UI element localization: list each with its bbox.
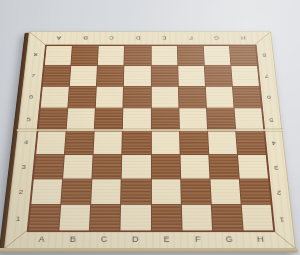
square-a1: [29, 205, 61, 231]
file-label-g: G: [203, 33, 230, 43]
square-b7: [70, 66, 97, 86]
square-c7: [97, 66, 124, 86]
square-h7: [231, 66, 259, 86]
square-h8: [230, 46, 257, 65]
square-c1: [90, 205, 120, 231]
file-label-h: H: [244, 232, 276, 246]
square-b4: [65, 131, 94, 154]
file-label-b: B: [57, 232, 89, 246]
square-e8: [151, 46, 177, 65]
file-label-a: A: [45, 33, 72, 43]
square-b6: [68, 87, 96, 108]
square-e2: [151, 179, 180, 204]
square-f2: [181, 179, 211, 204]
rank-label-4: 4: [265, 131, 282, 155]
square-a6: [41, 87, 69, 108]
fold-seam: [17, 129, 284, 132]
square-d2: [121, 179, 150, 204]
rank-label-6: 6: [261, 86, 277, 108]
square-c5: [95, 109, 123, 131]
square-a7: [43, 66, 71, 86]
chess-board: ABCDEFGH ABCDEFGH 87654321 87654321: [4, 31, 296, 249]
square-g1: [212, 205, 243, 231]
square-a3: [34, 155, 64, 179]
square-c4: [94, 131, 122, 154]
rank-label-4: 4: [18, 131, 35, 155]
file-label-d: D: [120, 232, 151, 246]
rank-label-7: 7: [25, 65, 41, 86]
file-label-c: C: [98, 33, 125, 43]
square-b8: [71, 46, 98, 65]
square-e4: [151, 131, 179, 154]
square-e5: [151, 109, 178, 131]
square-f3: [180, 155, 209, 179]
file-label-h: H: [229, 33, 256, 43]
file-label-f: F: [177, 33, 204, 43]
file-label-e: E: [151, 232, 182, 246]
playing-field: [27, 45, 276, 233]
square-e7: [151, 66, 177, 86]
rank-label-7: 7: [259, 65, 275, 86]
file-label-g: G: [213, 232, 245, 246]
square-f7: [178, 66, 205, 86]
rank-label-8: 8: [257, 45, 273, 65]
square-f5: [179, 109, 207, 131]
square-a5: [38, 109, 67, 131]
square-h1: [242, 205, 274, 231]
square-h3: [238, 155, 268, 179]
square-g3: [209, 155, 239, 179]
square-d3: [122, 155, 150, 179]
square-h5: [234, 109, 263, 131]
mitre-joint-top-left: [28, 32, 46, 45]
rank-label-1: 1: [273, 205, 291, 232]
file-label-c: C: [88, 232, 120, 246]
square-d7: [124, 66, 150, 86]
square-g8: [204, 46, 231, 65]
square-g4: [208, 131, 237, 154]
square-c2: [91, 179, 121, 204]
rank-label-5: 5: [20, 108, 37, 131]
rank-label-2: 2: [12, 179, 30, 205]
square-d1: [121, 205, 151, 231]
square-d8: [125, 46, 151, 65]
square-c6: [96, 87, 123, 108]
file-label-a: A: [25, 232, 57, 246]
square-d6: [124, 87, 151, 108]
square-h6: [233, 87, 261, 108]
rank-label-5: 5: [263, 108, 280, 131]
square-e3: [151, 155, 179, 179]
square-d5: [123, 109, 150, 131]
square-f8: [177, 46, 203, 65]
square-b1: [59, 205, 90, 231]
square-g5: [207, 109, 235, 131]
file-label-b: B: [72, 33, 99, 43]
square-f6: [178, 87, 205, 108]
board-border: ABCDEFGH ABCDEFGH 87654321 87654321: [4, 31, 296, 249]
square-g6: [206, 87, 234, 108]
square-b2: [61, 179, 91, 204]
square-a8: [45, 46, 72, 65]
rank-label-3: 3: [15, 155, 33, 180]
square-c8: [98, 46, 124, 65]
file-label-d: D: [124, 33, 150, 43]
square-c3: [93, 155, 122, 179]
photo-background: ABCDEFGH ABCDEFGH 87654321 87654321: [0, 0, 300, 255]
file-label-f: F: [182, 232, 214, 246]
rank-label-8: 8: [28, 45, 44, 65]
square-a2: [31, 179, 62, 204]
square-g7: [205, 66, 232, 86]
square-f4: [180, 131, 208, 154]
square-g2: [210, 179, 240, 204]
square-d4: [123, 131, 151, 154]
file-labels-top: ABCDEFGH: [45, 33, 256, 43]
square-h2: [240, 179, 271, 204]
square-h4: [236, 131, 266, 154]
square-b3: [63, 155, 93, 179]
square-f1: [181, 205, 211, 231]
rank-label-2: 2: [270, 179, 288, 205]
square-b5: [67, 109, 95, 131]
rank-label-3: 3: [268, 155, 286, 180]
square-e1: [151, 205, 181, 231]
mitre-joint-bottom-left: [5, 230, 27, 248]
file-label-e: E: [151, 33, 177, 43]
square-a4: [36, 131, 66, 154]
file-labels-bottom: ABCDEFGH: [25, 232, 276, 246]
rank-label-1: 1: [9, 205, 27, 232]
rank-label-6: 6: [23, 86, 39, 108]
square-e6: [151, 87, 178, 108]
